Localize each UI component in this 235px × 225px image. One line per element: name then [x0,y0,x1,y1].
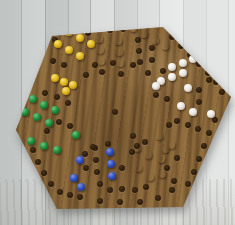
board-hole[interactable] [160,68,166,74]
board-hole[interactable] [67,123,73,129]
marble-white[interactable] [168,73,176,81]
board-hole[interactable] [94,169,100,175]
marble-yellow[interactable] [51,74,59,82]
board-hole[interactable] [50,58,56,64]
board-hole[interactable] [117,199,123,205]
board-hole[interactable] [205,70,211,76]
marble-blue[interactable] [108,172,116,180]
marble-white[interactable] [179,69,187,77]
board-hole[interactable] [137,199,143,205]
board-hole[interactable] [135,37,141,43]
board-hole[interactable] [132,187,138,193]
board-hole[interactable] [149,45,155,51]
marble-black[interactable] [140,30,148,38]
board-hole[interactable] [174,118,180,124]
board-hole[interactable] [164,165,170,171]
board-hole[interactable] [99,69,105,75]
marble-yellow[interactable] [65,28,73,36]
board-shadow [0,0,235,225]
marble-black[interactable] [114,37,122,45]
board-hole[interactable] [112,109,118,115]
board-hole[interactable] [105,141,111,147]
marble-red[interactable] [155,132,163,140]
board-hole[interactable] [164,96,170,102]
marble-blue[interactable] [107,160,115,168]
marble-yellow[interactable] [54,40,62,48]
marble-blue[interactable] [106,148,114,156]
marble-red[interactable] [161,145,169,153]
board-hole[interactable] [57,189,63,195]
marble-red[interactable] [146,173,154,181]
board-hole[interactable] [97,181,103,187]
marble-red[interactable] [133,144,141,152]
board-hole[interactable] [93,157,99,163]
marble-yellow[interactable] [87,40,95,48]
board-hole[interactable] [185,181,191,187]
marble-green[interactable] [33,113,41,121]
board-hole[interactable] [185,122,191,128]
board-hole[interactable] [107,187,113,193]
marble-red[interactable] [134,164,142,172]
board-hole[interactable] [30,147,36,153]
marble-yellow[interactable] [62,87,70,95]
marble-red[interactable] [158,170,166,178]
marble-white[interactable] [179,59,187,67]
board-hole[interactable] [155,195,161,201]
marble-red[interactable] [157,155,165,163]
board-hole[interactable] [196,156,202,162]
marble-yellow[interactable] [69,81,77,89]
marble-white[interactable] [177,102,185,110]
board-hole[interactable] [44,128,50,134]
marble-green[interactable] [40,142,48,150]
board-hole[interactable] [35,159,41,165]
board-hole[interactable] [213,79,219,85]
board-hole[interactable] [42,90,48,96]
board-hole[interactable] [166,122,172,128]
marble-green[interactable] [21,108,29,116]
board-hole[interactable] [143,184,149,190]
board-hole[interactable] [119,186,125,192]
board-hole[interactable] [174,155,180,161]
board-hole[interactable] [153,92,159,98]
marble-black[interactable] [161,42,169,50]
marble-blue[interactable] [77,183,85,191]
board-game-photo [0,0,235,225]
marble-white[interactable] [189,108,197,116]
board-hole[interactable] [77,194,83,200]
board-hole[interactable] [196,61,202,67]
marble-black[interactable] [115,48,123,56]
board-hole[interactable] [54,94,60,100]
marble-green[interactable] [45,119,53,127]
board-hole[interactable] [137,59,143,65]
marble-white[interactable] [207,110,215,118]
board-hole[interactable] [56,119,62,125]
marble-blue[interactable] [70,174,78,182]
game-board-hexagon [0,0,235,225]
board-hole[interactable] [41,170,47,176]
board-hole[interactable] [201,143,207,149]
board-hole[interactable] [85,30,91,36]
marble-red[interactable] [144,151,152,159]
board-hole[interactable] [82,151,88,157]
board-hole[interactable] [90,144,96,150]
marble-green[interactable] [27,137,35,145]
board-hole[interactable] [206,77,212,83]
board-hole[interactable] [120,26,126,32]
marble-green[interactable] [51,106,59,114]
marble-green[interactable] [72,131,80,139]
board-hole[interactable] [206,130,212,136]
board-hole[interactable] [169,187,175,193]
board-hole[interactable] [130,133,136,139]
marble-black[interactable] [151,36,159,44]
marble-white[interactable] [168,63,176,71]
marble-white[interactable] [152,82,160,90]
marble-green[interactable] [40,101,48,109]
marble-black[interactable] [96,46,104,54]
marble-blue[interactable] [76,156,84,164]
board-hole[interactable] [212,117,218,123]
board-hole[interactable] [130,62,136,68]
marble-green[interactable] [53,146,61,154]
board-hole[interactable] [195,126,201,132]
board-hole[interactable] [191,169,197,175]
board-hole[interactable] [196,99,202,105]
board-hole[interactable] [97,198,103,204]
board-hole[interactable] [149,57,155,63]
marble-yellow[interactable] [76,34,84,42]
board-hole[interactable] [169,34,175,40]
board-hole[interactable] [107,27,113,33]
board-hole[interactable] [219,89,225,95]
board-hole[interactable] [196,87,202,93]
marble-yellow[interactable] [60,78,68,86]
board-hole[interactable] [83,165,89,171]
marble-yellow[interactable] [65,46,73,54]
board-hole[interactable] [136,48,142,54]
board-hole[interactable] [83,72,89,78]
board-hole[interactable] [142,139,148,145]
board-hole[interactable] [67,192,73,198]
marble-white[interactable] [184,84,192,92]
board-hole[interactable] [119,165,125,171]
marble-yellow[interactable] [76,52,84,60]
board-hole[interactable] [48,181,54,187]
marble-green[interactable] [29,95,37,103]
board-hole[interactable] [61,62,67,68]
marble-black[interactable] [95,35,103,43]
marble-black[interactable] [116,59,124,67]
marble-black[interactable] [129,24,137,32]
marble-black[interactable] [97,57,105,65]
board-hole[interactable] [171,178,177,184]
board-hole[interactable] [178,43,184,49]
board-hole[interactable] [65,100,71,106]
board-hole[interactable] [145,70,151,76]
board-hole[interactable] [118,71,124,77]
marble-white[interactable] [189,55,197,63]
